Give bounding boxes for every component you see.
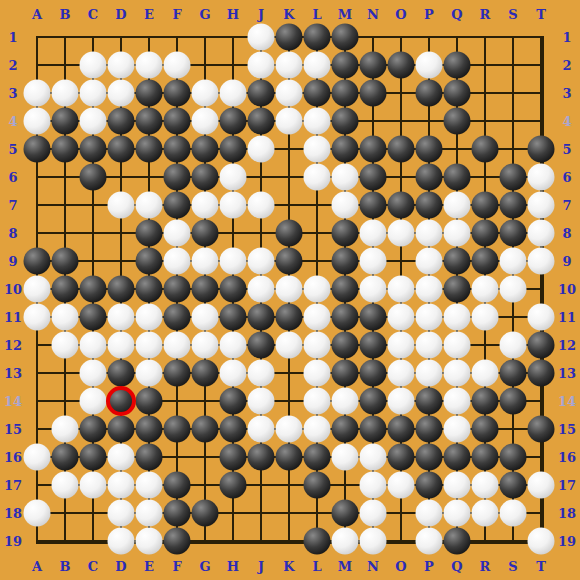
white-stone	[220, 360, 247, 387]
white-stone	[444, 416, 471, 443]
coord-label-left: 18	[4, 507, 22, 520]
white-stone	[444, 388, 471, 415]
coord-label-top: A	[32, 8, 42, 21]
white-stone	[472, 304, 499, 331]
white-stone	[108, 528, 135, 555]
black-stone	[528, 332, 555, 359]
black-stone	[528, 416, 555, 443]
white-stone	[52, 416, 79, 443]
white-stone	[444, 472, 471, 499]
coord-label-left: 19	[4, 535, 22, 548]
white-stone	[332, 192, 359, 219]
white-stone	[500, 248, 527, 275]
black-stone	[108, 360, 135, 387]
coord-label-right: 3	[562, 87, 571, 100]
coord-label-right: 7	[562, 199, 571, 212]
white-stone	[332, 388, 359, 415]
coord-label-top: N	[367, 8, 379, 21]
black-stone	[332, 80, 359, 107]
white-stone	[192, 304, 219, 331]
black-stone	[220, 388, 247, 415]
white-stone	[248, 360, 275, 387]
black-stone	[388, 192, 415, 219]
white-stone	[444, 304, 471, 331]
white-stone	[220, 164, 247, 191]
black-stone	[248, 108, 275, 135]
coord-label-right: 1	[562, 31, 571, 44]
white-stone	[388, 276, 415, 303]
white-stone	[528, 192, 555, 219]
black-stone	[444, 528, 471, 555]
go-board: AABBCCDDEEFFGGHHJJKKLLMMNNOOPPQQRRSSTT11…	[0, 0, 580, 580]
coord-label-top: T	[536, 8, 546, 21]
black-stone	[276, 444, 303, 471]
black-stone	[472, 220, 499, 247]
coord-label-right: 19	[558, 535, 576, 548]
black-stone	[80, 136, 107, 163]
white-stone	[528, 528, 555, 555]
black-stone	[500, 444, 527, 471]
white-stone	[248, 24, 275, 51]
black-stone	[416, 192, 443, 219]
black-stone	[332, 360, 359, 387]
white-stone	[248, 52, 275, 79]
black-stone	[444, 164, 471, 191]
coord-label-top: S	[508, 8, 517, 21]
black-stone	[220, 304, 247, 331]
white-stone	[136, 304, 163, 331]
white-stone	[24, 444, 51, 471]
white-stone	[108, 52, 135, 79]
black-stone	[416, 416, 443, 443]
white-stone	[220, 248, 247, 275]
black-stone	[388, 52, 415, 79]
coord-label-top: R	[480, 8, 491, 21]
white-stone	[444, 360, 471, 387]
white-stone	[136, 52, 163, 79]
black-stone	[388, 136, 415, 163]
coord-label-left: 9	[8, 255, 17, 268]
black-stone	[220, 416, 247, 443]
coord-label-bottom: B	[60, 560, 71, 573]
white-stone	[304, 276, 331, 303]
black-stone	[248, 304, 275, 331]
black-stone	[332, 248, 359, 275]
black-stone	[52, 108, 79, 135]
white-stone	[360, 248, 387, 275]
coord-label-top: C	[88, 8, 98, 21]
coord-label-right: 5	[562, 143, 571, 156]
black-stone	[136, 80, 163, 107]
white-stone	[360, 472, 387, 499]
black-stone	[220, 108, 247, 135]
white-stone	[248, 248, 275, 275]
coord-label-right: 2	[562, 59, 571, 72]
white-stone	[248, 192, 275, 219]
coord-label-bottom: J	[258, 560, 264, 573]
coord-label-left: 11	[4, 311, 22, 324]
white-stone	[248, 416, 275, 443]
white-stone	[304, 388, 331, 415]
white-stone	[528, 304, 555, 331]
white-stone	[416, 304, 443, 331]
black-stone	[444, 108, 471, 135]
white-stone	[248, 276, 275, 303]
black-stone	[52, 276, 79, 303]
black-stone	[192, 276, 219, 303]
black-stone	[500, 388, 527, 415]
black-stone	[192, 164, 219, 191]
black-stone	[108, 416, 135, 443]
white-stone	[388, 472, 415, 499]
black-stone	[500, 192, 527, 219]
coord-label-bottom: T	[536, 560, 546, 573]
white-stone	[500, 332, 527, 359]
black-stone	[108, 136, 135, 163]
white-stone	[136, 500, 163, 527]
white-stone	[332, 528, 359, 555]
black-stone	[416, 472, 443, 499]
white-stone	[472, 360, 499, 387]
black-stone	[276, 24, 303, 51]
white-stone	[416, 528, 443, 555]
white-stone	[248, 136, 275, 163]
coord-label-bottom: E	[144, 560, 154, 573]
black-stone	[360, 192, 387, 219]
white-stone	[52, 332, 79, 359]
white-stone	[416, 52, 443, 79]
coord-label-left: 15	[4, 423, 22, 436]
coord-label-top: L	[312, 8, 321, 21]
black-stone	[332, 108, 359, 135]
white-stone	[360, 276, 387, 303]
black-stone	[136, 248, 163, 275]
coord-label-left: 16	[4, 451, 22, 464]
white-stone	[304, 52, 331, 79]
black-stone	[332, 332, 359, 359]
black-stone	[164, 472, 191, 499]
black-stone	[220, 472, 247, 499]
white-stone	[136, 192, 163, 219]
white-stone	[332, 164, 359, 191]
black-stone	[360, 332, 387, 359]
black-stone	[500, 472, 527, 499]
black-stone	[388, 416, 415, 443]
white-stone	[108, 304, 135, 331]
coord-label-left: 1	[8, 31, 17, 44]
black-stone	[472, 388, 499, 415]
black-stone	[332, 220, 359, 247]
white-stone	[24, 276, 51, 303]
black-stone	[52, 248, 79, 275]
white-stone	[472, 472, 499, 499]
coord-label-left: 10	[4, 283, 22, 296]
black-stone	[416, 444, 443, 471]
coord-label-right: 12	[558, 339, 576, 352]
black-stone	[360, 360, 387, 387]
white-stone	[304, 416, 331, 443]
white-stone	[276, 52, 303, 79]
coord-label-right: 17	[558, 479, 576, 492]
coord-label-left: 12	[4, 339, 22, 352]
white-stone	[164, 52, 191, 79]
coord-label-left: 3	[8, 87, 17, 100]
black-stone	[360, 304, 387, 331]
black-stone	[136, 136, 163, 163]
coord-label-right: 9	[562, 255, 571, 268]
coord-label-left: 7	[8, 199, 17, 212]
white-stone	[276, 332, 303, 359]
white-stone	[136, 472, 163, 499]
white-stone	[192, 108, 219, 135]
white-stone	[500, 500, 527, 527]
black-stone	[164, 108, 191, 135]
black-stone	[304, 528, 331, 555]
white-stone	[304, 108, 331, 135]
black-stone	[164, 500, 191, 527]
black-stone	[360, 52, 387, 79]
coord-label-left: 8	[8, 227, 17, 240]
black-stone	[416, 388, 443, 415]
white-stone	[360, 220, 387, 247]
coord-label-bottom: O	[395, 560, 406, 573]
white-stone	[360, 500, 387, 527]
black-stone	[500, 220, 527, 247]
black-stone	[192, 360, 219, 387]
white-stone	[304, 332, 331, 359]
black-stone	[528, 360, 555, 387]
black-stone	[248, 444, 275, 471]
black-stone	[500, 360, 527, 387]
coord-label-left: 17	[4, 479, 22, 492]
coord-label-left: 4	[8, 115, 17, 128]
white-stone	[444, 220, 471, 247]
black-stone	[248, 80, 275, 107]
black-stone	[136, 220, 163, 247]
white-stone	[192, 80, 219, 107]
black-stone	[472, 444, 499, 471]
black-stone	[164, 136, 191, 163]
black-stone	[80, 304, 107, 331]
white-stone	[192, 332, 219, 359]
last-move-marker	[106, 386, 136, 416]
coord-label-bottom: D	[115, 560, 126, 573]
black-stone	[360, 80, 387, 107]
white-stone	[108, 472, 135, 499]
white-stone	[304, 360, 331, 387]
black-stone	[360, 136, 387, 163]
black-stone	[472, 248, 499, 275]
coord-label-bottom: K	[283, 560, 294, 573]
black-stone	[416, 80, 443, 107]
coord-label-left: 14	[4, 395, 22, 408]
black-stone	[136, 108, 163, 135]
black-stone	[332, 136, 359, 163]
white-stone	[472, 276, 499, 303]
coord-label-top: E	[144, 8, 154, 21]
black-stone	[24, 248, 51, 275]
black-stone	[248, 332, 275, 359]
white-stone	[52, 472, 79, 499]
black-stone	[192, 416, 219, 443]
black-stone	[136, 444, 163, 471]
white-stone	[276, 80, 303, 107]
coord-label-right: 10	[558, 283, 576, 296]
white-stone	[276, 416, 303, 443]
black-stone	[108, 276, 135, 303]
black-stone	[472, 192, 499, 219]
black-stone	[444, 248, 471, 275]
white-stone	[80, 52, 107, 79]
coord-label-right: 6	[562, 171, 571, 184]
black-stone	[220, 276, 247, 303]
black-stone	[444, 444, 471, 471]
coord-label-bottom: R	[480, 560, 491, 573]
black-stone	[220, 136, 247, 163]
coord-label-top: Q	[451, 8, 462, 21]
white-stone	[24, 500, 51, 527]
black-stone	[416, 164, 443, 191]
coord-label-left: 6	[8, 171, 17, 184]
black-stone	[192, 500, 219, 527]
coord-label-bottom: N	[367, 560, 379, 573]
black-stone	[332, 304, 359, 331]
coord-label-right: 11	[558, 311, 576, 324]
black-stone	[304, 472, 331, 499]
white-stone	[528, 248, 555, 275]
black-stone	[332, 24, 359, 51]
coord-label-top: B	[60, 8, 71, 21]
black-stone	[500, 164, 527, 191]
white-stone	[164, 248, 191, 275]
coord-label-bottom: A	[32, 560, 42, 573]
coord-label-right: 8	[562, 227, 571, 240]
white-stone	[304, 136, 331, 163]
coord-label-bottom: M	[338, 560, 352, 573]
coord-label-right: 15	[558, 423, 576, 436]
black-stone	[80, 416, 107, 443]
white-stone	[360, 528, 387, 555]
white-stone	[24, 108, 51, 135]
coord-label-left: 5	[8, 143, 17, 156]
white-stone	[360, 444, 387, 471]
black-stone	[80, 164, 107, 191]
black-stone	[472, 416, 499, 443]
coord-label-right: 13	[558, 367, 576, 380]
white-stone	[528, 220, 555, 247]
white-stone	[220, 332, 247, 359]
white-stone	[80, 332, 107, 359]
coord-label-bottom: H	[227, 560, 239, 573]
coord-label-right: 4	[562, 115, 571, 128]
coord-label-top: P	[424, 8, 434, 21]
coord-label-top: D	[115, 8, 126, 21]
white-stone	[24, 80, 51, 107]
white-stone	[416, 500, 443, 527]
white-stone	[164, 220, 191, 247]
white-stone	[388, 304, 415, 331]
white-stone	[52, 80, 79, 107]
white-stone	[332, 444, 359, 471]
white-stone	[276, 108, 303, 135]
black-stone	[360, 416, 387, 443]
black-stone	[444, 52, 471, 79]
white-stone	[388, 332, 415, 359]
coord-label-bottom: S	[508, 560, 517, 573]
coord-label-top: K	[283, 8, 294, 21]
black-stone	[136, 276, 163, 303]
coord-label-top: J	[258, 8, 264, 21]
black-stone	[304, 80, 331, 107]
black-stone	[192, 136, 219, 163]
white-stone	[220, 80, 247, 107]
white-stone	[416, 220, 443, 247]
black-stone	[444, 80, 471, 107]
white-stone	[444, 500, 471, 527]
black-stone	[52, 444, 79, 471]
black-stone	[24, 136, 51, 163]
coord-label-bottom: P	[424, 560, 434, 573]
black-stone	[80, 276, 107, 303]
white-stone	[80, 388, 107, 415]
coord-label-bottom: L	[312, 560, 321, 573]
black-stone	[164, 416, 191, 443]
white-stone	[388, 360, 415, 387]
white-stone	[528, 164, 555, 191]
coord-label-top: G	[199, 8, 210, 21]
black-stone	[52, 136, 79, 163]
white-stone	[80, 108, 107, 135]
white-stone	[164, 332, 191, 359]
white-stone	[52, 304, 79, 331]
coord-label-bottom: C	[88, 560, 98, 573]
coord-label-top: O	[395, 8, 406, 21]
white-stone	[108, 192, 135, 219]
coord-label-bottom: G	[199, 560, 210, 573]
coord-label-top: F	[172, 8, 181, 21]
white-stone	[220, 192, 247, 219]
black-stone	[220, 444, 247, 471]
white-stone	[80, 472, 107, 499]
coord-label-top: M	[338, 8, 352, 21]
white-stone	[388, 388, 415, 415]
white-stone	[108, 80, 135, 107]
white-stone	[192, 192, 219, 219]
black-stone	[360, 164, 387, 191]
white-stone	[24, 304, 51, 331]
black-stone	[108, 108, 135, 135]
coord-label-bottom: Q	[451, 560, 462, 573]
black-stone	[332, 276, 359, 303]
black-stone	[164, 304, 191, 331]
coord-label-right: 14	[558, 395, 576, 408]
white-stone	[472, 500, 499, 527]
black-stone	[388, 444, 415, 471]
black-stone	[164, 528, 191, 555]
black-stone	[164, 192, 191, 219]
black-stone	[416, 136, 443, 163]
black-stone	[332, 500, 359, 527]
white-stone	[108, 444, 135, 471]
white-stone	[304, 304, 331, 331]
white-stone	[108, 500, 135, 527]
black-stone	[164, 164, 191, 191]
white-stone	[416, 276, 443, 303]
black-stone	[136, 416, 163, 443]
coord-label-bottom: F	[172, 560, 181, 573]
black-stone	[332, 52, 359, 79]
white-stone	[388, 220, 415, 247]
